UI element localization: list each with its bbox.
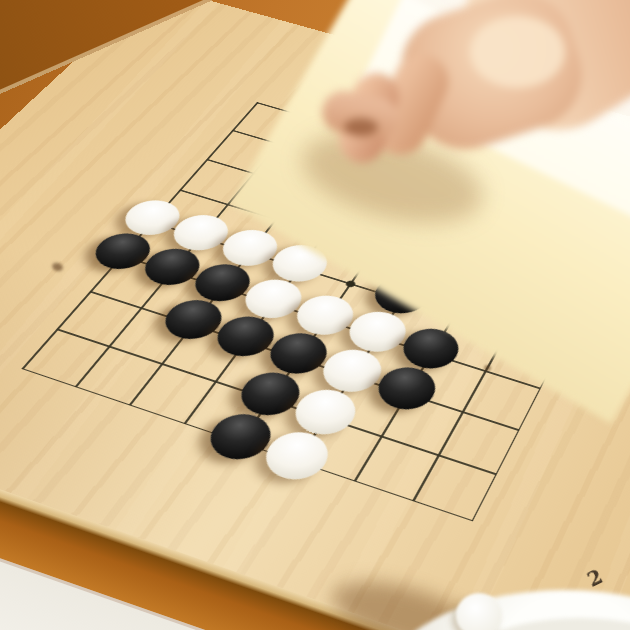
finger-gap-shadow [344,118,378,136]
child-hand [0,0,630,630]
knuckle-highlight [470,16,565,88]
go-game-photo: 2 [0,0,630,630]
